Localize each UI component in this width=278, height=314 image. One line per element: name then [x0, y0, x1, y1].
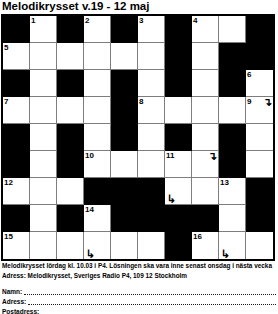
clue-number: 1 — [31, 16, 35, 25]
white-cell[interactable]: ↳ — [219, 232, 246, 259]
clue-number: 3 — [139, 16, 143, 25]
white-cell[interactable] — [30, 124, 57, 151]
white-cell[interactable] — [30, 232, 57, 259]
white-cell[interactable]: 12 — [3, 178, 30, 205]
clue-number: 13 — [220, 178, 229, 187]
black-cell — [84, 178, 111, 205]
black-cell — [165, 16, 192, 43]
white-cell[interactable]: 9↴ — [246, 97, 273, 124]
clue-number: 16 — [193, 232, 202, 241]
black-cell — [111, 205, 138, 232]
white-cell[interactable] — [246, 124, 273, 151]
black-cell — [192, 205, 219, 232]
entry-form: Namn: Adress: Postadress: — [2, 286, 276, 314]
white-cell[interactable] — [57, 178, 84, 205]
white-cell[interactable] — [84, 97, 111, 124]
turn-down-arrow-icon: ↴ — [263, 97, 272, 107]
postal-address-field[interactable]: Postadress: — [2, 306, 276, 314]
turn-down-arrow-icon: ↴ — [208, 151, 217, 161]
white-cell[interactable] — [111, 232, 138, 259]
black-cell — [165, 205, 192, 232]
white-cell[interactable]: ↳ — [165, 178, 192, 205]
white-cell[interactable]: 2 — [84, 16, 111, 43]
white-cell[interactable] — [84, 43, 111, 70]
clue-number: 6 — [247, 70, 251, 79]
white-cell[interactable] — [192, 124, 219, 151]
black-cell — [111, 70, 138, 97]
black-cell — [165, 70, 192, 97]
address-field[interactable]: Adress: — [2, 296, 276, 306]
white-cell[interactable] — [30, 97, 57, 124]
black-cell — [219, 70, 246, 97]
white-cell[interactable] — [246, 151, 273, 178]
black-cell — [246, 16, 273, 43]
name-field[interactable]: Namn: — [2, 286, 276, 296]
clue-number: 12 — [4, 178, 13, 187]
black-cell — [57, 205, 84, 232]
white-cell[interactable]: 7 — [3, 97, 30, 124]
white-cell[interactable] — [219, 97, 246, 124]
white-cell[interactable] — [246, 232, 273, 259]
black-cell — [111, 178, 138, 205]
black-cell — [57, 16, 84, 43]
white-cell[interactable] — [30, 205, 57, 232]
white-cell[interactable] — [57, 43, 84, 70]
black-cell — [219, 151, 246, 178]
clue-number: 15 — [4, 232, 13, 241]
black-cell — [57, 70, 84, 97]
white-cell[interactable]: ↳ — [84, 232, 111, 259]
turn-right-arrow-icon: ↳ — [167, 194, 176, 204]
white-cell[interactable] — [30, 70, 57, 97]
white-cell[interactable]: ↴ — [192, 151, 219, 178]
black-cell — [138, 205, 165, 232]
black-cell — [111, 16, 138, 43]
melodikrysset-page: Melodikrysset v.19 - 12 maj 123456789↴10… — [0, 0, 278, 314]
white-cell[interactable] — [111, 43, 138, 70]
white-cell[interactable] — [192, 43, 219, 70]
white-cell[interactable] — [138, 124, 165, 151]
white-cell[interactable]: 14 — [84, 205, 111, 232]
turn-right-arrow-icon: ↳ — [86, 249, 95, 259]
black-cell — [3, 205, 30, 232]
white-cell[interactable]: 15 — [3, 232, 30, 259]
page-title: Melodikrysset v.19 - 12 maj — [2, 0, 149, 12]
black-cell — [219, 124, 246, 151]
white-cell[interactable]: 13 — [219, 178, 246, 205]
white-cell[interactable] — [30, 178, 57, 205]
footer: Melodikrysset lördag kl. 10.03 i P4. Lös… — [2, 262, 276, 314]
clue-number: 8 — [139, 97, 143, 106]
white-cell[interactable] — [219, 16, 246, 43]
broadcast-info-text: Melodikrysset lördag kl. 10.03 i P4. Lös… — [2, 262, 276, 270]
black-cell — [219, 43, 246, 70]
white-cell[interactable] — [138, 151, 165, 178]
clue-number: 14 — [85, 205, 94, 214]
black-cell — [165, 124, 192, 151]
white-cell[interactable]: 4 — [192, 16, 219, 43]
white-cell[interactable] — [192, 70, 219, 97]
clue-number: 7 — [4, 97, 8, 106]
white-cell[interactable] — [192, 97, 219, 124]
white-cell[interactable]: 3 — [138, 16, 165, 43]
black-cell — [57, 151, 84, 178]
white-cell[interactable] — [165, 97, 192, 124]
clue-number: 10 — [85, 151, 94, 160]
white-cell[interactable]: 6 — [246, 70, 273, 97]
name-field-label: Namn: — [2, 288, 22, 296]
black-cell — [246, 43, 273, 70]
black-cell — [246, 178, 273, 205]
address-field-dotted-line[interactable] — [28, 303, 276, 305]
name-field-dotted-line[interactable] — [24, 293, 276, 295]
white-cell[interactable] — [30, 43, 57, 70]
black-cell — [165, 232, 192, 259]
white-cell[interactable]: 11 — [165, 151, 192, 178]
mailing-address-text: Adress: Melodikrysset, Sveriges Radio P4… — [2, 272, 276, 280]
clue-number: 2 — [85, 16, 89, 25]
black-cell — [138, 178, 165, 205]
clue-number: 4 — [193, 16, 197, 25]
white-cell[interactable]: 5 — [3, 43, 30, 70]
white-cell[interactable] — [219, 205, 246, 232]
postal-address-field-label: Postadress: — [2, 308, 39, 314]
white-cell[interactable] — [138, 43, 165, 70]
black-cell — [3, 70, 30, 97]
white-cell[interactable] — [138, 232, 165, 259]
address-field-label: Adress: — [2, 298, 26, 306]
black-cell — [3, 16, 30, 43]
black-cell — [111, 97, 138, 124]
white-cell[interactable]: 16 — [192, 232, 219, 259]
black-cell — [3, 151, 30, 178]
white-cell[interactable] — [57, 97, 84, 124]
turn-right-arrow-icon: ↳ — [221, 249, 230, 259]
white-cell[interactable] — [30, 151, 57, 178]
white-cell[interactable]: 8 — [138, 97, 165, 124]
black-cell — [165, 43, 192, 70]
white-cell[interactable] — [111, 151, 138, 178]
white-cell[interactable]: 1 — [30, 16, 57, 43]
black-cell — [246, 205, 273, 232]
white-cell[interactable] — [192, 178, 219, 205]
clue-number: 11 — [166, 151, 174, 160]
clue-number: 5 — [4, 43, 8, 52]
white-cell[interactable]: 10 — [84, 151, 111, 178]
white-cell[interactable] — [57, 232, 84, 259]
crossword-grid: 123456789↴1011↴12↳131415↳16↳ — [1, 14, 275, 261]
black-cell — [111, 124, 138, 151]
black-cell — [3, 124, 30, 151]
clue-number: 9 — [247, 97, 251, 106]
black-cell — [57, 124, 84, 151]
white-cell[interactable] — [84, 70, 111, 97]
white-cell[interactable] — [84, 124, 111, 151]
white-cell[interactable] — [138, 70, 165, 97]
